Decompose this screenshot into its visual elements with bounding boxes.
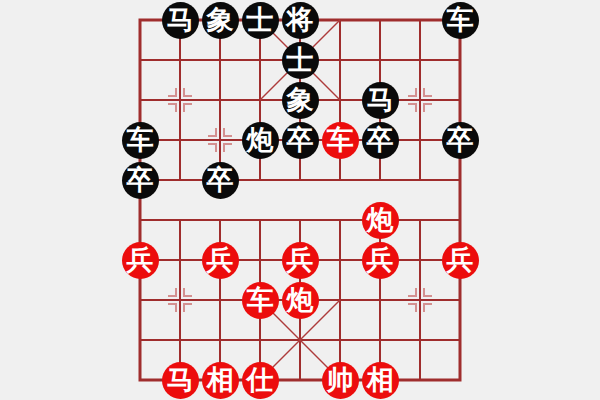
intersection-r5c6[interactable]: 炮 [360, 200, 400, 240]
piece-black-chariot[interactable]: 车 [122, 122, 159, 159]
piece-red-cannon[interactable]: 炮 [282, 282, 319, 319]
intersection-r2c4[interactable]: 象 [280, 80, 320, 120]
intersection-r0c5[interactable] [320, 0, 360, 40]
intersection-r2c3[interactable] [240, 80, 280, 120]
intersection-r1c8[interactable] [440, 40, 480, 80]
intersection-r8c4[interactable] [280, 320, 320, 360]
intersection-r4c8[interactable] [440, 160, 480, 200]
intersection-r4c5[interactable] [320, 160, 360, 200]
intersection-r5c3[interactable] [240, 200, 280, 240]
piece-black-soldier[interactable]: 卒 [362, 122, 399, 159]
intersection-r1c7[interactable] [400, 40, 440, 80]
intersection-r3c5[interactable]: 车 [320, 120, 360, 160]
intersection-r4c2[interactable]: 卒 [200, 160, 240, 200]
piece-red-horse[interactable]: 马 [162, 362, 199, 399]
piece-red-advisor[interactable]: 仕 [242, 362, 279, 399]
intersection-r1c4[interactable]: 士 [280, 40, 320, 80]
piece-black-cannon[interactable]: 炮 [242, 122, 279, 159]
intersection-r8c8[interactable] [440, 320, 480, 360]
intersection-r2c1[interactable] [160, 80, 200, 120]
piece-black-advisor[interactable]: 士 [282, 42, 319, 79]
piece-black-general[interactable]: 将 [282, 2, 319, 39]
intersection-r2c0[interactable] [120, 80, 160, 120]
intersection-r1c5[interactable] [320, 40, 360, 80]
intersection-r9c6[interactable]: 相 [360, 360, 400, 400]
piece-black-soldier[interactable]: 卒 [202, 162, 239, 199]
intersection-r3c3[interactable]: 炮 [240, 120, 280, 160]
piece-red-soldier[interactable]: 兵 [122, 242, 159, 279]
intersection-r3c0[interactable]: 车 [120, 120, 160, 160]
intersection-r8c5[interactable] [320, 320, 360, 360]
intersection-r2c8[interactable] [440, 80, 480, 120]
intersection-r3c4[interactable]: 卒 [280, 120, 320, 160]
intersection-r3c6[interactable]: 卒 [360, 120, 400, 160]
intersection-r6c0[interactable]: 兵 [120, 240, 160, 280]
piece-red-chariot[interactable]: 车 [322, 122, 359, 159]
piece-red-chariot[interactable]: 车 [242, 282, 279, 319]
intersection-r5c2[interactable] [200, 200, 240, 240]
piece-red-soldier[interactable]: 兵 [282, 242, 319, 279]
intersection-r5c0[interactable] [120, 200, 160, 240]
intersection-r9c0[interactable] [120, 360, 160, 400]
intersection-r7c0[interactable] [120, 280, 160, 320]
intersection-r5c7[interactable] [400, 200, 440, 240]
intersection-r6c3[interactable] [240, 240, 280, 280]
piece-black-elephant[interactable]: 象 [282, 82, 319, 119]
intersection-r9c2[interactable]: 相 [200, 360, 240, 400]
intersection-r4c6[interactable] [360, 160, 400, 200]
piece-red-cannon[interactable]: 炮 [362, 202, 399, 239]
piece-black-elephant[interactable]: 象 [202, 2, 239, 39]
intersection-r1c0[interactable] [120, 40, 160, 80]
piece-black-chariot[interactable]: 车 [442, 2, 479, 39]
intersection-r2c6[interactable]: 马 [360, 80, 400, 120]
intersection-r5c1[interactable] [160, 200, 200, 240]
intersection-r3c7[interactable] [400, 120, 440, 160]
intersection-r9c5[interactable]: 帅 [320, 360, 360, 400]
piece-black-horse[interactable]: 马 [362, 82, 399, 119]
piece-red-elephant[interactable]: 相 [362, 362, 399, 399]
intersection-r5c8[interactable] [440, 200, 480, 240]
intersection-r8c3[interactable] [240, 320, 280, 360]
intersection-r3c1[interactable] [160, 120, 200, 160]
intersection-r7c6[interactable] [360, 280, 400, 320]
piece-black-soldier[interactable]: 卒 [442, 122, 479, 159]
intersection-r5c4[interactable] [280, 200, 320, 240]
xiangqi-board: 马象士将车士象马车炮卒车卒卒卒卒炮兵兵兵兵兵车炮马相仕帅相 [120, 0, 480, 400]
piece-black-soldier[interactable]: 卒 [122, 162, 159, 199]
piece-black-soldier[interactable]: 卒 [282, 122, 319, 159]
intersection-r3c2[interactable] [200, 120, 240, 160]
intersection-r2c5[interactable] [320, 80, 360, 120]
intersection-r7c4[interactable]: 炮 [280, 280, 320, 320]
piece-red-soldier[interactable]: 兵 [362, 242, 399, 279]
piece-red-soldier[interactable]: 兵 [442, 242, 479, 279]
intersection-r4c3[interactable] [240, 160, 280, 200]
intersection-r6c1[interactable] [160, 240, 200, 280]
intersection-r0c3[interactable]: 士 [240, 0, 280, 40]
intersection-r0c2[interactable]: 象 [200, 0, 240, 40]
intersection-r6c5[interactable] [320, 240, 360, 280]
intersection-r7c5[interactable] [320, 280, 360, 320]
intersection-r8c6[interactable] [360, 320, 400, 360]
intersection-r0c8[interactable]: 车 [440, 0, 480, 40]
intersection-r0c0[interactable] [120, 0, 160, 40]
intersection-r9c3[interactable]: 仕 [240, 360, 280, 400]
intersection-r4c1[interactable] [160, 160, 200, 200]
intersection-r1c6[interactable] [360, 40, 400, 80]
intersection-r0c1[interactable]: 马 [160, 0, 200, 40]
piece-red-elephant[interactable]: 相 [202, 362, 239, 399]
intersection-r8c7[interactable] [400, 320, 440, 360]
intersection-r9c7[interactable] [400, 360, 440, 400]
intersection-r7c3[interactable]: 车 [240, 280, 280, 320]
intersection-r4c0[interactable]: 卒 [120, 160, 160, 200]
intersection-r9c8[interactable] [440, 360, 480, 400]
intersection-r2c7[interactable] [400, 80, 440, 120]
intersection-r0c4[interactable]: 将 [280, 0, 320, 40]
intersection-r7c2[interactable] [200, 280, 240, 320]
intersection-r4c7[interactable] [400, 160, 440, 200]
intersection-r4c4[interactable] [280, 160, 320, 200]
intersection-r6c8[interactable]: 兵 [440, 240, 480, 280]
xiangqi-diagram: 马象士将车士象马车炮卒车卒卒卒卒炮兵兵兵兵兵车炮马相仕帅相 [0, 0, 600, 400]
intersection-r8c0[interactable] [120, 320, 160, 360]
intersection-r7c7[interactable] [400, 280, 440, 320]
piece-black-horse[interactable]: 马 [162, 2, 199, 39]
intersection-r0c6[interactable] [360, 0, 400, 40]
intersection-r6c6[interactable]: 兵 [360, 240, 400, 280]
intersection-r8c1[interactable] [160, 320, 200, 360]
intersection-r1c3[interactable] [240, 40, 280, 80]
intersection-r1c1[interactable] [160, 40, 200, 80]
intersection-r6c2[interactable]: 兵 [200, 240, 240, 280]
intersection-r8c2[interactable] [200, 320, 240, 360]
intersection-r7c8[interactable] [440, 280, 480, 320]
intersection-r9c4[interactable] [280, 360, 320, 400]
piece-black-advisor[interactable]: 士 [242, 2, 279, 39]
intersection-r2c2[interactable] [200, 80, 240, 120]
intersection-r3c8[interactable]: 卒 [440, 120, 480, 160]
piece-red-soldier[interactable]: 兵 [202, 242, 239, 279]
intersection-r6c7[interactable] [400, 240, 440, 280]
intersection-r1c2[interactable] [200, 40, 240, 80]
intersection-r6c4[interactable]: 兵 [280, 240, 320, 280]
intersection-r9c1[interactable]: 马 [160, 360, 200, 400]
intersection-r5c5[interactable] [320, 200, 360, 240]
piece-red-general[interactable]: 帅 [322, 362, 359, 399]
intersection-r7c1[interactable] [160, 280, 200, 320]
intersection-r0c7[interactable] [400, 0, 440, 40]
